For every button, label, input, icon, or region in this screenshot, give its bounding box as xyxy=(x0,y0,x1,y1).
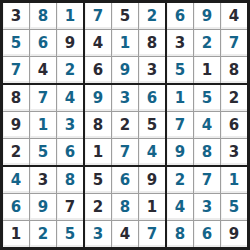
sudoku-cell-r9c4[interactable]: 3 xyxy=(85,221,111,247)
sudoku-cell-r5c3[interactable]: 3 xyxy=(57,112,83,138)
sudoku-cell-r4c8[interactable]: 5 xyxy=(194,85,220,111)
sudoku-box-9: 271435869 xyxy=(167,167,247,247)
sudoku-cell-r5c2[interactable]: 1 xyxy=(30,112,56,138)
sudoku-cell-r3c9[interactable]: 8 xyxy=(221,57,247,83)
sudoku-cell-r7c4[interactable]: 5 xyxy=(85,167,111,193)
sudoku-box-8: 569281347 xyxy=(85,167,165,247)
sudoku-cell-r7c9[interactable]: 1 xyxy=(221,167,247,193)
sudoku-board: 3815697427524186936943275188749132569368… xyxy=(0,0,250,250)
sudoku-cell-r5c6[interactable]: 5 xyxy=(139,112,165,138)
sudoku-cell-r4c1[interactable]: 8 xyxy=(3,85,29,111)
sudoku-cell-r9c6[interactable]: 7 xyxy=(139,221,165,247)
sudoku-cell-r2c1[interactable]: 5 xyxy=(3,30,29,56)
sudoku-box-2: 752418693 xyxy=(85,3,165,83)
sudoku-cell-r5c7[interactable]: 7 xyxy=(167,112,193,138)
sudoku-cell-r7c1[interactable]: 4 xyxy=(3,167,29,193)
sudoku-cell-r8c9[interactable]: 5 xyxy=(221,194,247,220)
sudoku-box-6: 152746983 xyxy=(167,85,247,165)
sudoku-cell-r5c1[interactable]: 9 xyxy=(3,112,29,138)
sudoku-cell-r8c3[interactable]: 7 xyxy=(57,194,83,220)
sudoku-cell-r2c2[interactable]: 6 xyxy=(30,30,56,56)
sudoku-cell-r5c4[interactable]: 8 xyxy=(85,112,111,138)
sudoku-cell-r3c8[interactable]: 1 xyxy=(194,57,220,83)
sudoku-cell-r6c9[interactable]: 3 xyxy=(221,139,247,165)
sudoku-cell-r4c6[interactable]: 6 xyxy=(139,85,165,111)
sudoku-cell-r6c4[interactable]: 1 xyxy=(85,139,111,165)
sudoku-box-1: 381569742 xyxy=(3,3,83,83)
sudoku-cell-r9c8[interactable]: 6 xyxy=(194,221,220,247)
sudoku-cell-r3c4[interactable]: 6 xyxy=(85,57,111,83)
sudoku-box-4: 874913256 xyxy=(3,85,83,165)
sudoku-cell-r6c5[interactable]: 7 xyxy=(112,139,138,165)
sudoku-cell-r8c8[interactable]: 3 xyxy=(194,194,220,220)
sudoku-cell-r1c7[interactable]: 6 xyxy=(167,3,193,29)
sudoku-cell-r1c6[interactable]: 2 xyxy=(139,3,165,29)
sudoku-cell-r2c9[interactable]: 7 xyxy=(221,30,247,56)
sudoku-cell-r7c3[interactable]: 8 xyxy=(57,167,83,193)
sudoku-cell-r2c3[interactable]: 9 xyxy=(57,30,83,56)
sudoku-cell-r3c1[interactable]: 7 xyxy=(3,57,29,83)
sudoku-cell-r7c7[interactable]: 2 xyxy=(167,167,193,193)
sudoku-cell-r7c8[interactable]: 7 xyxy=(194,167,220,193)
sudoku-cell-r9c1[interactable]: 1 xyxy=(3,221,29,247)
sudoku-box-7: 438697125 xyxy=(3,167,83,247)
sudoku-cell-r9c2[interactable]: 2 xyxy=(30,221,56,247)
sudoku-cell-r6c7[interactable]: 9 xyxy=(167,139,193,165)
sudoku-cell-r1c3[interactable]: 1 xyxy=(57,3,83,29)
sudoku-cell-r8c7[interactable]: 4 xyxy=(167,194,193,220)
sudoku-cell-r8c5[interactable]: 8 xyxy=(112,194,138,220)
sudoku-cell-r3c7[interactable]: 5 xyxy=(167,57,193,83)
sudoku-cell-r1c4[interactable]: 7 xyxy=(85,3,111,29)
sudoku-cell-r8c4[interactable]: 2 xyxy=(85,194,111,220)
sudoku-cell-r7c2[interactable]: 3 xyxy=(30,167,56,193)
sudoku-cell-r1c2[interactable]: 8 xyxy=(30,3,56,29)
sudoku-cell-r2c5[interactable]: 1 xyxy=(112,30,138,56)
sudoku-box-3: 694327518 xyxy=(167,3,247,83)
sudoku-cell-r3c3[interactable]: 2 xyxy=(57,57,83,83)
sudoku-cell-r7c5[interactable]: 6 xyxy=(112,167,138,193)
sudoku-cell-r9c7[interactable]: 8 xyxy=(167,221,193,247)
sudoku-cell-r5c9[interactable]: 6 xyxy=(221,112,247,138)
sudoku-cell-r4c2[interactable]: 7 xyxy=(30,85,56,111)
sudoku-cell-r6c6[interactable]: 4 xyxy=(139,139,165,165)
sudoku-cell-r6c2[interactable]: 5 xyxy=(30,139,56,165)
sudoku-cell-r1c9[interactable]: 4 xyxy=(221,3,247,29)
sudoku-cell-r2c4[interactable]: 4 xyxy=(85,30,111,56)
sudoku-cell-r3c6[interactable]: 3 xyxy=(139,57,165,83)
sudoku-cell-r9c9[interactable]: 9 xyxy=(221,221,247,247)
sudoku-cell-r8c2[interactable]: 9 xyxy=(30,194,56,220)
sudoku-cell-r2c8[interactable]: 2 xyxy=(194,30,220,56)
sudoku-cell-r9c3[interactable]: 5 xyxy=(57,221,83,247)
sudoku-cell-r7c6[interactable]: 9 xyxy=(139,167,165,193)
sudoku-box-5: 936825174 xyxy=(85,85,165,165)
sudoku-cell-r4c9[interactable]: 2 xyxy=(221,85,247,111)
sudoku-cell-r4c5[interactable]: 3 xyxy=(112,85,138,111)
sudoku-cell-r6c1[interactable]: 2 xyxy=(3,139,29,165)
sudoku-cell-r1c8[interactable]: 9 xyxy=(194,3,220,29)
sudoku-cell-r4c4[interactable]: 9 xyxy=(85,85,111,111)
sudoku-cell-r5c8[interactable]: 4 xyxy=(194,112,220,138)
sudoku-cell-r8c6[interactable]: 1 xyxy=(139,194,165,220)
sudoku-cell-r6c8[interactable]: 8 xyxy=(194,139,220,165)
sudoku-cell-r6c3[interactable]: 6 xyxy=(57,139,83,165)
sudoku-cell-r3c2[interactable]: 4 xyxy=(30,57,56,83)
sudoku-cell-r3c5[interactable]: 9 xyxy=(112,57,138,83)
sudoku-cell-r4c3[interactable]: 4 xyxy=(57,85,83,111)
sudoku-cell-r1c1[interactable]: 3 xyxy=(3,3,29,29)
sudoku-cell-r8c1[interactable]: 6 xyxy=(3,194,29,220)
sudoku-cell-r5c5[interactable]: 2 xyxy=(112,112,138,138)
sudoku-cell-r1c5[interactable]: 5 xyxy=(112,3,138,29)
sudoku-cell-r4c7[interactable]: 1 xyxy=(167,85,193,111)
sudoku-cell-r2c7[interactable]: 3 xyxy=(167,30,193,56)
sudoku-cell-r2c6[interactable]: 8 xyxy=(139,30,165,56)
sudoku-cell-r9c5[interactable]: 4 xyxy=(112,221,138,247)
